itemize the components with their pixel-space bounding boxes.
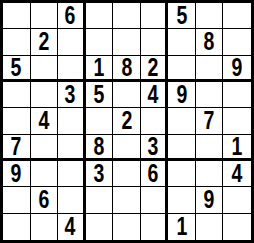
cell-r2c8[interactable]: 8	[196, 29, 224, 55]
cell-r9c1[interactable]	[3, 214, 31, 240]
cell-r6c7[interactable]	[168, 135, 196, 161]
cell-r4c5[interactable]	[113, 82, 141, 108]
cell-r3c9[interactable]: 9	[223, 56, 251, 82]
cell-r3c1[interactable]: 5	[3, 56, 31, 82]
cell-r5c1[interactable]	[3, 108, 31, 134]
cell-r6c1[interactable]: 7	[3, 135, 31, 161]
sudoku-board: 6528518293549427783193646941	[0, 0, 254, 243]
cell-r8c8[interactable]: 9	[196, 187, 224, 213]
cell-r3c2[interactable]	[31, 56, 59, 82]
given-digit: 2	[38, 29, 49, 54]
cell-r5c5[interactable]: 2	[113, 108, 141, 134]
given-digit: 3	[148, 135, 159, 159]
given-digit: 4	[232, 161, 243, 186]
cell-r9c9[interactable]	[223, 214, 251, 240]
given-digit: 5	[176, 3, 187, 28]
cell-r4c7[interactable]: 9	[168, 82, 196, 108]
cell-r7c1[interactable]: 9	[3, 161, 31, 187]
cell-r4c3[interactable]: 3	[58, 82, 86, 108]
cell-r6c6[interactable]: 3	[141, 135, 169, 161]
cell-r2c6[interactable]	[141, 29, 169, 55]
cell-r5c4[interactable]	[86, 108, 114, 134]
cell-r2c1[interactable]	[3, 29, 31, 55]
cell-r6c8[interactable]	[196, 135, 224, 161]
cell-r6c5[interactable]	[113, 135, 141, 161]
cell-r6c9[interactable]: 1	[223, 135, 251, 161]
cell-r7c7[interactable]	[168, 161, 196, 187]
given-digit: 1	[94, 56, 105, 80]
cell-r8c6[interactable]	[141, 187, 169, 213]
cell-r1c3[interactable]: 6	[58, 3, 86, 29]
cell-r9c3[interactable]: 4	[58, 214, 86, 240]
cell-r3c3[interactable]	[58, 56, 86, 82]
cell-r2c2[interactable]: 2	[31, 29, 59, 55]
cell-r8c4[interactable]	[86, 187, 114, 213]
cell-r7c5[interactable]	[113, 161, 141, 187]
cell-r4c1[interactable]	[3, 82, 31, 108]
given-digit: 3	[65, 82, 76, 107]
cell-r6c3[interactable]	[58, 135, 86, 161]
given-digit: 9	[204, 187, 215, 212]
cell-r1c8[interactable]	[196, 3, 224, 29]
cell-r2c5[interactable]	[113, 29, 141, 55]
cell-r8c9[interactable]	[223, 187, 251, 213]
cell-r4c2[interactable]	[31, 82, 59, 108]
given-digit: 6	[38, 187, 49, 212]
given-digit: 2	[121, 108, 132, 133]
given-digit: 1	[176, 214, 187, 239]
given-digit: 7	[11, 135, 22, 159]
cell-r1c1[interactable]	[3, 3, 31, 29]
given-digit: 7	[204, 108, 215, 133]
given-digit: 9	[11, 161, 22, 186]
cell-r3c8[interactable]	[196, 56, 224, 82]
cell-r4c4[interactable]: 5	[86, 82, 114, 108]
cell-r4c6[interactable]: 4	[141, 82, 169, 108]
cell-r1c7[interactable]: 5	[168, 3, 196, 29]
cell-r7c9[interactable]: 4	[223, 161, 251, 187]
cell-r7c8[interactable]	[196, 161, 224, 187]
cell-r8c3[interactable]	[58, 187, 86, 213]
cell-r5c3[interactable]	[58, 108, 86, 134]
cell-r8c5[interactable]	[113, 187, 141, 213]
cell-r9c8[interactable]	[196, 214, 224, 240]
given-digit: 6	[148, 161, 159, 186]
cell-r5c9[interactable]	[223, 108, 251, 134]
given-digit: 5	[94, 82, 105, 107]
given-digit: 8	[121, 56, 132, 80]
cell-r2c3[interactable]	[58, 29, 86, 55]
given-digit: 2	[148, 56, 159, 80]
cell-r1c5[interactable]	[113, 3, 141, 29]
cell-r6c4[interactable]: 8	[86, 135, 114, 161]
given-digit: 8	[204, 29, 215, 54]
cell-r9c5[interactable]	[113, 214, 141, 240]
cell-r3c6[interactable]: 2	[141, 56, 169, 82]
cell-r6c2[interactable]	[31, 135, 59, 161]
cell-r5c8[interactable]: 7	[196, 108, 224, 134]
cell-r2c4[interactable]	[86, 29, 114, 55]
cell-r7c4[interactable]: 3	[86, 161, 114, 187]
cell-r2c9[interactable]	[223, 29, 251, 55]
cell-r4c8[interactable]	[196, 82, 224, 108]
cell-r9c6[interactable]	[141, 214, 169, 240]
given-digit: 4	[38, 108, 49, 133]
given-digit: 3	[94, 161, 105, 186]
given-digit: 4	[65, 214, 76, 239]
cell-r3c4[interactable]: 1	[86, 56, 114, 82]
cell-r8c1[interactable]	[3, 187, 31, 213]
given-digit: 6	[65, 3, 76, 28]
cell-r1c9[interactable]	[223, 3, 251, 29]
cell-r9c7[interactable]: 1	[168, 214, 196, 240]
cell-r1c4[interactable]	[86, 3, 114, 29]
given-digit: 8	[94, 135, 105, 159]
cell-r8c7[interactable]	[168, 187, 196, 213]
cell-r9c4[interactable]	[86, 214, 114, 240]
cell-r2c7[interactable]	[168, 29, 196, 55]
given-digit: 5	[11, 56, 22, 80]
cell-r4c9[interactable]	[223, 82, 251, 108]
cell-r9c2[interactable]	[31, 214, 59, 240]
cell-r7c2[interactable]	[31, 161, 59, 187]
cell-r5c6[interactable]	[141, 108, 169, 134]
cell-r8c2[interactable]: 6	[31, 187, 59, 213]
cell-r5c7[interactable]	[168, 108, 196, 134]
given-digit: 4	[148, 82, 159, 107]
cell-r3c7[interactable]	[168, 56, 196, 82]
cell-r3c5[interactable]: 8	[113, 56, 141, 82]
cell-r1c2[interactable]	[31, 3, 59, 29]
given-digit: 1	[232, 135, 243, 159]
given-digit: 9	[232, 56, 243, 80]
cell-r7c6[interactable]: 6	[141, 161, 169, 187]
cell-r5c2[interactable]: 4	[31, 108, 59, 134]
cell-r7c3[interactable]	[58, 161, 86, 187]
given-digit: 9	[176, 82, 187, 107]
cell-r1c6[interactable]	[141, 3, 169, 29]
